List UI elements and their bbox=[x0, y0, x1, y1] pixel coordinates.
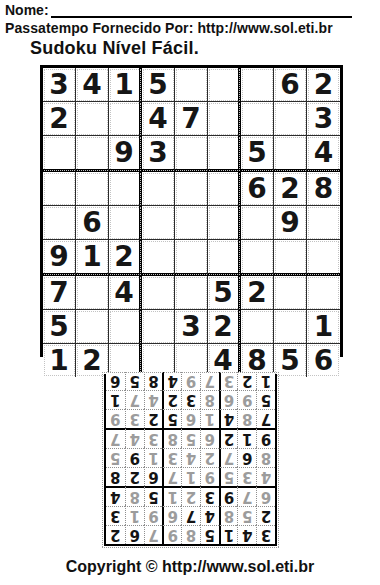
solution-cell-r5c4: 2 bbox=[200, 448, 219, 467]
solution-cell-r2c3: 8 bbox=[219, 506, 238, 525]
puzzle-cell-r8c2[interactable] bbox=[76, 310, 109, 344]
puzzle-cell-r4c9[interactable]: 8 bbox=[307, 172, 340, 206]
solution-cell-r5c1: 8 bbox=[256, 448, 275, 467]
page-title: Sudoku Nível Fácil. bbox=[30, 38, 199, 59]
puzzle-cell-r6c5[interactable] bbox=[175, 240, 208, 276]
puzzle-cell-r5c8[interactable]: 9 bbox=[274, 206, 307, 240]
puzzle-cell-r7c2[interactable] bbox=[76, 276, 109, 310]
solution-cell-r3c9: 4 bbox=[106, 486, 125, 506]
puzzle-cell-r1c7[interactable] bbox=[241, 68, 274, 102]
puzzle-cell-r5c5[interactable] bbox=[175, 206, 208, 240]
solution-cell-r7c4: 1 bbox=[200, 409, 219, 428]
puzzle-cell-r1c5[interactable] bbox=[175, 68, 208, 102]
solution-cell-r9c3: 3 bbox=[219, 372, 238, 390]
solution-cell-r6c7: 3 bbox=[144, 428, 163, 448]
puzzle-cell-r6c6[interactable] bbox=[208, 240, 241, 276]
puzzle-cell-r3c9[interactable]: 4 bbox=[307, 136, 340, 172]
solution-cell-r4c6: 7 bbox=[162, 467, 181, 486]
solution-cell-r3c5: 2 bbox=[181, 486, 200, 506]
puzzle-cell-r3c3[interactable]: 9 bbox=[109, 136, 142, 172]
puzzle-cell-r5c7[interactable] bbox=[241, 206, 274, 240]
solution-cell-r7c2: 8 bbox=[237, 409, 256, 428]
name-row: Nome: bbox=[5, 2, 352, 18]
puzzle-cell-r7c3[interactable]: 4 bbox=[109, 276, 142, 310]
solution-cell-r1c1: 3 bbox=[256, 525, 275, 544]
solution-cell-r9c9: 6 bbox=[106, 372, 125, 390]
puzzle-cell-r5c1[interactable] bbox=[43, 206, 76, 240]
puzzle-cell-r6c1[interactable]: 9 bbox=[43, 240, 76, 276]
solution-cell-r6c8: 4 bbox=[125, 428, 144, 448]
solution-cell-r2c8: 1 bbox=[125, 506, 144, 525]
solution-cell-r7c6: 5 bbox=[162, 409, 181, 428]
sudoku-solution-grid-rotated: 3415897622584769136793215844359176288672… bbox=[104, 374, 277, 546]
solution-cell-r6c9: 7 bbox=[106, 428, 125, 448]
puzzle-cell-r3c4[interactable]: 3 bbox=[142, 136, 175, 172]
solution-cell-r9c8: 5 bbox=[125, 372, 144, 390]
solution-cell-r5c9: 5 bbox=[106, 448, 125, 467]
solution-cell-r6c4: 6 bbox=[200, 428, 219, 448]
puzzle-cell-r4c5[interactable] bbox=[175, 172, 208, 206]
solution-cell-r8c7: 4 bbox=[144, 390, 163, 409]
sudoku-puzzle-grid: 341562247393546286991274525321124856 bbox=[40, 65, 343, 357]
puzzle-cell-r2c9[interactable]: 3 bbox=[307, 102, 340, 136]
puzzle-cell-r6c9[interactable] bbox=[307, 240, 340, 276]
solution-cell-r2c6: 6 bbox=[162, 506, 181, 525]
puzzle-cell-r3c1[interactable] bbox=[43, 136, 76, 172]
solution-cell-r4c7: 6 bbox=[144, 467, 163, 486]
solution-cell-r2c9: 3 bbox=[106, 506, 125, 525]
puzzle-cell-r6c3[interactable]: 2 bbox=[109, 240, 142, 276]
puzzle-cell-r5c3[interactable] bbox=[109, 206, 142, 240]
solution-cell-r2c4: 4 bbox=[200, 506, 219, 525]
puzzle-cell-r7c6[interactable]: 5 bbox=[208, 276, 241, 310]
puzzle-cell-r1c3[interactable]: 1 bbox=[109, 68, 142, 102]
solution-cell-r4c3: 5 bbox=[219, 467, 238, 486]
solution-cell-r8c6: 2 bbox=[162, 390, 181, 409]
solution-cell-r9c5: 9 bbox=[181, 372, 200, 390]
puzzle-cell-r7c1[interactable]: 7 bbox=[43, 276, 76, 310]
puzzle-cell-r4c8[interactable]: 2 bbox=[274, 172, 307, 206]
puzzle-cell-r1c6[interactable] bbox=[208, 68, 241, 102]
solution-cell-r9c6: 4 bbox=[162, 372, 181, 390]
solution-cell-r7c5: 6 bbox=[181, 409, 200, 428]
solution-cell-r6c5: 5 bbox=[181, 428, 200, 448]
solution-cell-r4c8: 2 bbox=[125, 467, 144, 486]
solution-cell-r5c8: 9 bbox=[125, 448, 144, 467]
solution-cell-r2c1: 2 bbox=[256, 506, 275, 525]
puzzle-cell-r7c8[interactable] bbox=[274, 276, 307, 310]
puzzle-cell-r9c1[interactable]: 1 bbox=[43, 344, 76, 377]
solution-cell-r4c5: 1 bbox=[181, 467, 200, 486]
solution-cell-r1c7: 7 bbox=[144, 525, 163, 544]
puzzle-cell-r3c2[interactable] bbox=[76, 136, 109, 172]
puzzle-cell-r8c6[interactable]: 2 bbox=[208, 310, 241, 344]
solution-cell-r2c7: 9 bbox=[144, 506, 163, 525]
puzzle-cell-r1c9[interactable]: 2 bbox=[307, 68, 340, 102]
puzzle-cell-r8c1[interactable]: 5 bbox=[43, 310, 76, 344]
solution-cell-r4c4: 9 bbox=[200, 467, 219, 486]
solution-cell-r3c4: 3 bbox=[200, 486, 219, 506]
solution-cell-r5c5: 4 bbox=[181, 448, 200, 467]
solution-cell-r4c9: 8 bbox=[106, 467, 125, 486]
puzzle-cell-r5c4[interactable] bbox=[142, 206, 175, 240]
name-fill-line[interactable] bbox=[51, 2, 352, 18]
solution-cell-r8c9: 1 bbox=[106, 390, 125, 409]
puzzle-cell-r2c7[interactable] bbox=[241, 102, 274, 136]
solution-cell-r7c9: 9 bbox=[106, 409, 125, 428]
solution-cell-r5c7: 1 bbox=[144, 448, 163, 467]
puzzle-cell-r4c3[interactable] bbox=[109, 172, 142, 206]
puzzle-cell-r7c9[interactable] bbox=[307, 276, 340, 310]
solution-cell-r6c2: 1 bbox=[237, 428, 256, 448]
puzzle-cell-r6c7[interactable] bbox=[241, 240, 274, 276]
solution-cell-r9c7: 8 bbox=[144, 372, 163, 390]
puzzle-cell-r8c7[interactable] bbox=[241, 310, 274, 344]
puzzle-cell-r5c9[interactable] bbox=[307, 206, 340, 240]
puzzle-cell-r8c4[interactable] bbox=[142, 310, 175, 344]
puzzle-cell-r4c7[interactable]: 6 bbox=[241, 172, 274, 206]
solution-cell-r3c2: 7 bbox=[237, 486, 256, 506]
solution-cell-r6c6: 8 bbox=[162, 428, 181, 448]
puzzle-cell-r9c8[interactable]: 5 bbox=[274, 344, 307, 377]
puzzle-cell-r5c6[interactable] bbox=[208, 206, 241, 240]
solution-cell-r2c2: 5 bbox=[237, 506, 256, 525]
puzzle-cell-r6c8[interactable] bbox=[274, 240, 307, 276]
puzzle-cell-r3c5[interactable] bbox=[175, 136, 208, 172]
solution-cell-r1c8: 6 bbox=[125, 525, 144, 544]
puzzle-cell-r8c8[interactable] bbox=[274, 310, 307, 344]
solution-cell-r5c3: 7 bbox=[219, 448, 238, 467]
solution-cell-r1c5: 8 bbox=[181, 525, 200, 544]
solution-cell-r9c1: 1 bbox=[256, 372, 275, 390]
puzzle-cell-r2c8[interactable] bbox=[274, 102, 307, 136]
solution-cell-r1c3: 1 bbox=[219, 525, 238, 544]
puzzle-cell-r6c2[interactable]: 1 bbox=[76, 240, 109, 276]
puzzle-cell-r7c5[interactable] bbox=[175, 276, 208, 310]
puzzle-cell-r5c2[interactable]: 6 bbox=[76, 206, 109, 240]
solution-cell-r8c5: 3 bbox=[181, 390, 200, 409]
puzzle-cell-r8c9[interactable]: 1 bbox=[307, 310, 340, 344]
solution-cell-r6c1: 9 bbox=[256, 428, 275, 448]
puzzle-cell-r4c1[interactable] bbox=[43, 172, 76, 206]
solution-cell-r8c3: 6 bbox=[219, 390, 238, 409]
solution-cell-r3c8: 8 bbox=[125, 486, 144, 506]
puzzle-cell-r1c2[interactable]: 4 bbox=[76, 68, 109, 102]
solution-cell-r4c2: 3 bbox=[237, 467, 256, 486]
solution-cell-r3c7: 5 bbox=[144, 486, 163, 506]
puzzle-cell-r2c2[interactable] bbox=[76, 102, 109, 136]
puzzle-cell-r8c5[interactable]: 3 bbox=[175, 310, 208, 344]
puzzle-cell-r9c2[interactable]: 2 bbox=[76, 344, 109, 377]
puzzle-cell-r7c4[interactable] bbox=[142, 276, 175, 310]
solution-cell-r7c1: 7 bbox=[256, 409, 275, 428]
solution-cell-r7c3: 4 bbox=[219, 409, 238, 428]
puzzle-cell-r2c3[interactable] bbox=[109, 102, 142, 136]
puzzle-cell-r1c8[interactable]: 6 bbox=[274, 68, 307, 102]
puzzle-cell-r2c1[interactable]: 2 bbox=[43, 102, 76, 136]
puzzle-cell-r3c6[interactable] bbox=[208, 136, 241, 172]
solution-cell-r1c9: 2 bbox=[106, 525, 125, 544]
puzzle-cell-r9c9[interactable]: 6 bbox=[307, 344, 340, 377]
puzzle-cell-r1c1[interactable]: 3 bbox=[43, 68, 76, 102]
puzzle-cell-r4c6[interactable] bbox=[208, 172, 241, 206]
solution-cell-r9c4: 7 bbox=[200, 372, 219, 390]
provided-by-text: Passatempo Fornecido Por: http://www.sol… bbox=[5, 20, 333, 36]
puzzle-cell-r3c8[interactable] bbox=[274, 136, 307, 172]
puzzle-cell-r2c6[interactable] bbox=[208, 102, 241, 136]
puzzle-cell-r7c7[interactable]: 2 bbox=[241, 276, 274, 310]
solution-cell-r8c4: 8 bbox=[200, 390, 219, 409]
solution-cell-r1c4: 5 bbox=[200, 525, 219, 544]
solution-cell-r1c6: 9 bbox=[162, 525, 181, 544]
solution-cell-r3c6: 1 bbox=[162, 486, 181, 506]
solution-cell-r5c6: 3 bbox=[162, 448, 181, 467]
solution-cell-r4c1: 4 bbox=[256, 467, 275, 486]
puzzle-cell-r3c7[interactable]: 5 bbox=[241, 136, 274, 172]
copyright-text: Copyright © http://www.sol.eti.br bbox=[0, 558, 380, 576]
solution-cell-r7c8: 3 bbox=[125, 409, 144, 428]
solution-cell-r5c2: 6 bbox=[237, 448, 256, 467]
solution-cell-r1c2: 4 bbox=[237, 525, 256, 544]
solution-cell-r3c1: 6 bbox=[256, 486, 275, 506]
name-label: Nome: bbox=[5, 2, 49, 18]
solution-cell-r8c1: 5 bbox=[256, 390, 275, 409]
solution-cell-r9c2: 2 bbox=[237, 372, 256, 390]
puzzle-cell-r4c2[interactable] bbox=[76, 172, 109, 206]
puzzle-cell-r2c4[interactable]: 4 bbox=[142, 102, 175, 136]
puzzle-cell-r1c4[interactable]: 5 bbox=[142, 68, 175, 102]
solution-cell-r2c5: 7 bbox=[181, 506, 200, 525]
puzzle-cell-r4c4[interactable] bbox=[142, 172, 175, 206]
solution-cell-r8c8: 7 bbox=[125, 390, 144, 409]
solution-cell-r7c7: 2 bbox=[144, 409, 163, 428]
puzzle-cell-r2c5[interactable]: 7 bbox=[175, 102, 208, 136]
solution-cell-r6c3: 2 bbox=[219, 428, 238, 448]
puzzle-cell-r6c4[interactable] bbox=[142, 240, 175, 276]
solution-cell-r3c3: 9 bbox=[219, 486, 238, 506]
puzzle-cell-r8c3[interactable] bbox=[109, 310, 142, 344]
solution-cell-r8c2: 9 bbox=[237, 390, 256, 409]
